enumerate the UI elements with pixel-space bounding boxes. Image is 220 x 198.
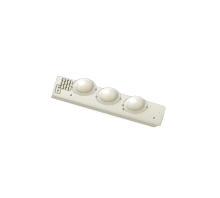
lens-clip <box>121 104 123 106</box>
mounting-hole <box>152 117 154 119</box>
photo-background <box>0 0 220 198</box>
mounting-hole <box>158 112 160 114</box>
led-lens-1 <box>71 76 97 96</box>
led-lens-2 <box>95 86 121 106</box>
lens-clip <box>70 86 72 88</box>
mounting-hole <box>150 105 152 107</box>
lens-clip <box>146 106 148 108</box>
led-lens-3 <box>122 94 148 114</box>
led-module <box>52 76 165 126</box>
terminal-screw-dot <box>56 89 58 91</box>
